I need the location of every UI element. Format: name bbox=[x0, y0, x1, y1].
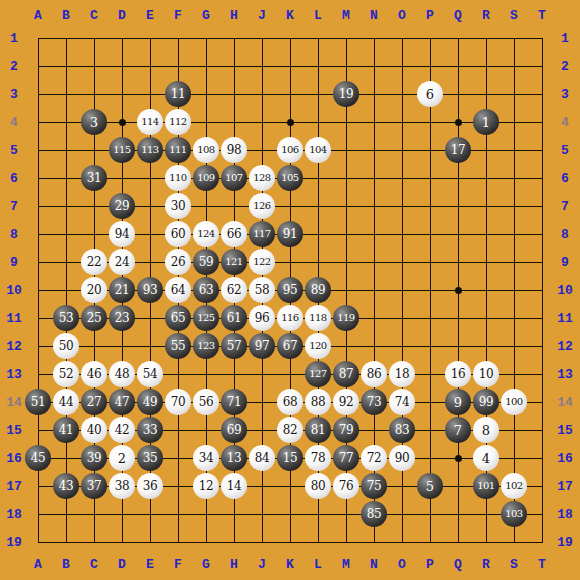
stone-black-21-D10: 21 bbox=[109, 277, 135, 303]
stone-white-98-H5: 98 bbox=[221, 137, 247, 163]
stone-black-113-E5: 113 bbox=[137, 137, 163, 163]
stone-white-128-J6: 128 bbox=[249, 165, 275, 191]
stone-white-86-N13: 86 bbox=[361, 361, 387, 387]
stone-white-66-H8: 66 bbox=[221, 221, 247, 247]
column-label-top-E: E bbox=[146, 8, 154, 23]
stone-black-65-F11: 65 bbox=[165, 305, 191, 331]
column-label-bottom-D: D bbox=[118, 557, 126, 572]
stone-black-103-S18: 103 bbox=[501, 501, 527, 527]
stone-black-85-N18: 85 bbox=[361, 501, 387, 527]
column-label-bottom-N: N bbox=[370, 557, 378, 572]
stone-white-2-D16: 2 bbox=[109, 445, 135, 471]
stone-white-44-B14: 44 bbox=[53, 389, 79, 415]
stone-black-47-D14: 47 bbox=[109, 389, 135, 415]
stone-black-31-C6: 31 bbox=[81, 165, 107, 191]
stone-white-78-L16: 78 bbox=[305, 445, 331, 471]
stone-black-93-E10: 93 bbox=[137, 277, 163, 303]
stone-black-57-H12: 57 bbox=[221, 333, 247, 359]
row-label-right-18: 18 bbox=[557, 507, 573, 522]
column-label-bottom-K: K bbox=[286, 557, 294, 572]
stone-black-39-C16: 39 bbox=[81, 445, 107, 471]
stone-black-101-R17: 101 bbox=[473, 473, 499, 499]
column-label-top-S: S bbox=[510, 8, 518, 23]
stone-black-3-C4: 3 bbox=[81, 109, 107, 135]
stone-white-96-J11: 96 bbox=[249, 305, 275, 331]
stone-black-37-C17: 37 bbox=[81, 473, 107, 499]
stone-white-120-L12: 120 bbox=[305, 333, 331, 359]
column-label-bottom-L: L bbox=[314, 557, 322, 572]
stone-white-26-F9: 26 bbox=[165, 249, 191, 275]
column-label-top-P: P bbox=[426, 8, 434, 23]
stone-white-84-J16: 84 bbox=[249, 445, 275, 471]
stone-white-72-N16: 72 bbox=[361, 445, 387, 471]
stone-white-18-O13: 18 bbox=[389, 361, 415, 387]
row-label-left-19: 19 bbox=[6, 535, 22, 550]
stone-black-13-H16: 13 bbox=[221, 445, 247, 471]
stone-black-51-A14: 51 bbox=[25, 389, 51, 415]
stone-black-87-M13: 87 bbox=[333, 361, 359, 387]
stone-white-92-M14: 92 bbox=[333, 389, 359, 415]
stone-white-54-E13: 54 bbox=[137, 361, 163, 387]
column-label-bottom-F: F bbox=[174, 557, 182, 572]
column-label-top-O: O bbox=[398, 8, 406, 23]
row-label-right-5: 5 bbox=[561, 143, 569, 158]
stone-white-118-L11: 118 bbox=[305, 305, 331, 331]
stone-black-55-F12: 55 bbox=[165, 333, 191, 359]
stone-black-35-E16: 35 bbox=[137, 445, 163, 471]
stone-black-11-F3: 11 bbox=[165, 81, 191, 107]
stone-black-77-M16: 77 bbox=[333, 445, 359, 471]
stone-white-46-C13: 46 bbox=[81, 361, 107, 387]
stone-white-8-R15: 8 bbox=[473, 417, 499, 443]
stone-black-5-P17: 5 bbox=[417, 473, 443, 499]
stone-black-25-C11: 25 bbox=[81, 305, 107, 331]
stone-white-68-K14: 68 bbox=[277, 389, 303, 415]
stone-black-91-K8: 91 bbox=[277, 221, 303, 247]
stone-black-15-K16: 15 bbox=[277, 445, 303, 471]
stone-white-6-P3: 6 bbox=[417, 81, 443, 107]
column-label-top-A: A bbox=[34, 8, 42, 23]
stone-white-94-D8: 94 bbox=[109, 221, 135, 247]
stone-white-36-E17: 36 bbox=[137, 473, 163, 499]
column-label-top-T: T bbox=[538, 8, 546, 23]
stone-black-27-C14: 27 bbox=[81, 389, 107, 415]
stone-white-38-D17: 38 bbox=[109, 473, 135, 499]
row-label-left-11: 11 bbox=[6, 311, 22, 326]
column-label-bottom-S: S bbox=[510, 557, 518, 572]
stone-black-107-H6: 107 bbox=[221, 165, 247, 191]
column-label-bottom-Q: Q bbox=[454, 557, 462, 572]
column-label-top-H: H bbox=[230, 8, 238, 23]
row-label-right-4: 4 bbox=[561, 115, 569, 130]
stone-black-23-D11: 23 bbox=[109, 305, 135, 331]
column-label-top-F: F bbox=[174, 8, 182, 23]
column-label-bottom-E: E bbox=[146, 557, 154, 572]
column-label-bottom-H: H bbox=[230, 557, 238, 572]
stone-white-102-S17: 102 bbox=[501, 473, 527, 499]
row-label-right-19: 19 bbox=[557, 535, 573, 550]
stone-black-63-G10: 63 bbox=[193, 277, 219, 303]
row-label-right-2: 2 bbox=[561, 59, 569, 74]
row-label-left-16: 16 bbox=[6, 451, 22, 466]
stone-white-110-F6: 110 bbox=[165, 165, 191, 191]
row-label-left-14: 14 bbox=[6, 395, 22, 410]
stone-black-119-M11: 119 bbox=[333, 305, 359, 331]
stone-black-7-Q15: 7 bbox=[445, 417, 471, 443]
stone-white-82-K15: 82 bbox=[277, 417, 303, 443]
row-label-right-12: 12 bbox=[557, 339, 573, 354]
stone-white-116-K11: 116 bbox=[277, 305, 303, 331]
stone-white-52-B13: 52 bbox=[53, 361, 79, 387]
stone-black-83-O15: 83 bbox=[389, 417, 415, 443]
stone-white-64-F10: 64 bbox=[165, 277, 191, 303]
row-label-right-3: 3 bbox=[561, 87, 569, 102]
stone-black-79-M15: 79 bbox=[333, 417, 359, 443]
stone-black-81-L15: 81 bbox=[305, 417, 331, 443]
stone-white-60-F8: 60 bbox=[165, 221, 191, 247]
stone-black-73-N14: 73 bbox=[361, 389, 387, 415]
stone-white-14-H17: 14 bbox=[221, 473, 247, 499]
stone-white-70-F14: 70 bbox=[165, 389, 191, 415]
stone-white-10-R13: 10 bbox=[473, 361, 499, 387]
stone-white-108-G5: 108 bbox=[193, 137, 219, 163]
stone-white-106-K5: 106 bbox=[277, 137, 303, 163]
row-label-right-8: 8 bbox=[561, 227, 569, 242]
stone-white-56-G14: 56 bbox=[193, 389, 219, 415]
stone-white-20-C10: 20 bbox=[81, 277, 107, 303]
column-label-top-Q: Q bbox=[454, 8, 462, 23]
stone-white-48-D13: 48 bbox=[109, 361, 135, 387]
stone-black-127-L13: 127 bbox=[305, 361, 331, 387]
stone-black-67-K12: 67 bbox=[277, 333, 303, 359]
row-label-left-9: 9 bbox=[10, 255, 18, 270]
column-label-top-K: K bbox=[286, 8, 294, 23]
stone-black-43-B17: 43 bbox=[53, 473, 79, 499]
stone-white-24-D9: 24 bbox=[109, 249, 135, 275]
stone-white-90-O16: 90 bbox=[389, 445, 415, 471]
stone-black-1-R4: 1 bbox=[473, 109, 499, 135]
row-label-left-18: 18 bbox=[6, 507, 22, 522]
stone-white-22-C9: 22 bbox=[81, 249, 107, 275]
stone-white-114-E4: 114 bbox=[137, 109, 163, 135]
stone-black-89-L10: 89 bbox=[305, 277, 331, 303]
stone-black-75-N17: 75 bbox=[361, 473, 387, 499]
stone-black-17-Q5: 17 bbox=[445, 137, 471, 163]
stone-white-12-G17: 12 bbox=[193, 473, 219, 499]
stone-white-62-H10: 62 bbox=[221, 277, 247, 303]
column-label-bottom-B: B bbox=[62, 557, 70, 572]
stone-white-76-M17: 76 bbox=[333, 473, 359, 499]
row-label-right-16: 16 bbox=[557, 451, 573, 466]
stone-black-53-B11: 53 bbox=[53, 305, 79, 331]
row-label-right-17: 17 bbox=[557, 479, 573, 494]
row-label-left-15: 15 bbox=[6, 423, 22, 438]
stone-white-30-F7: 30 bbox=[165, 193, 191, 219]
column-label-bottom-R: R bbox=[482, 557, 490, 572]
stone-black-71-H14: 71 bbox=[221, 389, 247, 415]
column-label-top-L: L bbox=[314, 8, 322, 23]
stone-white-34-G16: 34 bbox=[193, 445, 219, 471]
stone-black-123-G12: 123 bbox=[193, 333, 219, 359]
stone-black-59-G9: 59 bbox=[193, 249, 219, 275]
row-label-left-2: 2 bbox=[10, 59, 18, 74]
stone-black-9-Q14: 9 bbox=[445, 389, 471, 415]
stone-black-105-K6: 105 bbox=[277, 165, 303, 191]
column-label-bottom-P: P bbox=[426, 557, 434, 572]
stone-black-29-D7: 29 bbox=[109, 193, 135, 219]
stone-white-4-R16: 4 bbox=[473, 445, 499, 471]
stone-black-45-A16: 45 bbox=[25, 445, 51, 471]
row-label-right-14: 14 bbox=[557, 395, 573, 410]
stone-black-109-G6: 109 bbox=[193, 165, 219, 191]
stone-black-61-H11: 61 bbox=[221, 305, 247, 331]
row-label-left-8: 8 bbox=[10, 227, 18, 242]
stone-white-50-B12: 50 bbox=[53, 333, 79, 359]
row-label-left-17: 17 bbox=[6, 479, 22, 494]
stone-white-124-G8: 124 bbox=[193, 221, 219, 247]
row-label-left-3: 3 bbox=[10, 87, 18, 102]
stone-white-80-L17: 80 bbox=[305, 473, 331, 499]
stone-black-41-B15: 41 bbox=[53, 417, 79, 443]
stone-white-104-L5: 104 bbox=[305, 137, 331, 163]
stone-white-126-J7: 126 bbox=[249, 193, 275, 219]
stone-black-95-K10: 95 bbox=[277, 277, 303, 303]
row-label-left-13: 13 bbox=[6, 367, 22, 382]
column-label-top-C: C bbox=[90, 8, 98, 23]
column-label-bottom-J: J bbox=[258, 557, 266, 572]
go-board-surface[interactable]: 1234567891011121314151617181920212223242… bbox=[24, 24, 556, 556]
stone-black-121-H9: 121 bbox=[221, 249, 247, 275]
row-label-left-12: 12 bbox=[6, 339, 22, 354]
stone-black-111-F5: 111 bbox=[165, 137, 191, 163]
stone-white-122-J9: 122 bbox=[249, 249, 275, 275]
stone-black-49-E14: 49 bbox=[137, 389, 163, 415]
column-label-top-G: G bbox=[202, 8, 210, 23]
stone-black-115-D5: 115 bbox=[109, 137, 135, 163]
column-label-bottom-G: G bbox=[202, 557, 210, 572]
stone-black-125-G11: 125 bbox=[193, 305, 219, 331]
row-label-right-11: 11 bbox=[557, 311, 573, 326]
stone-white-40-C15: 40 bbox=[81, 417, 107, 443]
row-label-left-5: 5 bbox=[10, 143, 18, 158]
row-label-right-1: 1 bbox=[561, 31, 569, 46]
row-label-left-10: 10 bbox=[6, 283, 22, 298]
stone-black-97-J12: 97 bbox=[249, 333, 275, 359]
row-label-right-6: 6 bbox=[561, 171, 569, 186]
stone-black-69-H15: 69 bbox=[221, 417, 247, 443]
row-label-right-13: 13 bbox=[557, 367, 573, 382]
column-label-top-N: N bbox=[370, 8, 378, 23]
column-label-top-M: M bbox=[342, 8, 350, 23]
stone-black-19-M3: 19 bbox=[333, 81, 359, 107]
stone-white-16-Q13: 16 bbox=[445, 361, 471, 387]
stone-white-112-F4: 112 bbox=[165, 109, 191, 135]
stone-black-117-J8: 117 bbox=[249, 221, 275, 247]
row-label-left-7: 7 bbox=[10, 199, 18, 214]
column-label-top-R: R bbox=[482, 8, 490, 23]
row-label-left-1: 1 bbox=[10, 31, 18, 46]
column-label-bottom-T: T bbox=[538, 557, 546, 572]
row-label-left-6: 6 bbox=[10, 171, 18, 186]
stone-white-58-J10: 58 bbox=[249, 277, 275, 303]
stone-white-42-D15: 42 bbox=[109, 417, 135, 443]
row-label-left-4: 4 bbox=[10, 115, 18, 130]
stone-black-33-E15: 33 bbox=[137, 417, 163, 443]
row-label-right-7: 7 bbox=[561, 199, 569, 214]
row-label-right-10: 10 bbox=[557, 283, 573, 298]
stone-black-99-R14: 99 bbox=[473, 389, 499, 415]
column-label-bottom-A: A bbox=[34, 557, 42, 572]
stone-white-74-O14: 74 bbox=[389, 389, 415, 415]
go-board-diagram: AABBCCDDEEFFGGHHJJKKLLMMNNOOPPQQRRSSTT11… bbox=[0, 0, 580, 580]
row-label-right-9: 9 bbox=[561, 255, 569, 270]
column-label-bottom-M: M bbox=[342, 557, 350, 572]
column-label-bottom-C: C bbox=[90, 557, 98, 572]
column-label-top-D: D bbox=[118, 8, 126, 23]
column-label-top-J: J bbox=[258, 8, 266, 23]
column-label-bottom-O: O bbox=[398, 557, 406, 572]
column-label-top-B: B bbox=[62, 8, 70, 23]
stone-white-100-S14: 100 bbox=[501, 389, 527, 415]
stone-white-88-L14: 88 bbox=[305, 389, 331, 415]
row-label-right-15: 15 bbox=[557, 423, 573, 438]
